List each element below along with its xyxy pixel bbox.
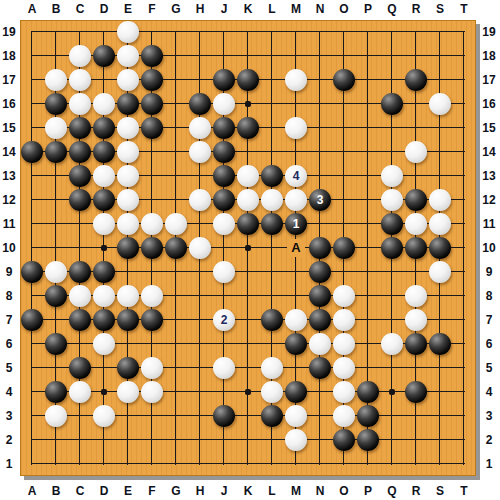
intersection-H15[interactable] — [188, 116, 212, 140]
intersection-D12[interactable] — [92, 188, 116, 212]
intersection-T19[interactable] — [452, 20, 476, 44]
intersection-K5[interactable] — [236, 356, 260, 380]
intersection-B17[interactable] — [44, 68, 68, 92]
intersection-M10[interactable]: A — [284, 236, 308, 260]
intersection-J7[interactable]: 2 — [212, 308, 236, 332]
intersection-O11[interactable] — [332, 212, 356, 236]
intersection-A19[interactable] — [20, 20, 44, 44]
intersection-H9[interactable] — [188, 260, 212, 284]
intersection-S3[interactable] — [428, 404, 452, 428]
intersection-D17[interactable] — [92, 68, 116, 92]
intersection-R7[interactable] — [404, 308, 428, 332]
intersection-Q5[interactable] — [380, 356, 404, 380]
intersection-H12[interactable] — [188, 188, 212, 212]
intersection-T17[interactable] — [452, 68, 476, 92]
intersection-Q13[interactable] — [380, 164, 404, 188]
intersection-K6[interactable] — [236, 332, 260, 356]
intersection-N11[interactable] — [308, 212, 332, 236]
intersection-O18[interactable] — [332, 44, 356, 68]
intersection-H1[interactable] — [188, 452, 212, 476]
intersection-S18[interactable] — [428, 44, 452, 68]
intersection-G5[interactable] — [164, 356, 188, 380]
intersection-T16[interactable] — [452, 92, 476, 116]
intersection-Q4[interactable] — [380, 380, 404, 404]
intersection-F6[interactable] — [140, 332, 164, 356]
intersection-L18[interactable] — [260, 44, 284, 68]
intersection-M7[interactable] — [284, 308, 308, 332]
intersection-D16[interactable] — [92, 92, 116, 116]
intersection-D9[interactable] — [92, 260, 116, 284]
intersection-S2[interactable] — [428, 428, 452, 452]
intersection-C5[interactable] — [68, 356, 92, 380]
intersection-D3[interactable] — [92, 404, 116, 428]
intersection-N4[interactable] — [308, 380, 332, 404]
intersection-K13[interactable] — [236, 164, 260, 188]
intersection-P14[interactable] — [356, 140, 380, 164]
intersection-K2[interactable] — [236, 428, 260, 452]
intersection-O15[interactable] — [332, 116, 356, 140]
intersection-P2[interactable] — [356, 428, 380, 452]
intersection-K11[interactable] — [236, 212, 260, 236]
intersection-K10[interactable] — [236, 236, 260, 260]
intersection-H7[interactable] — [188, 308, 212, 332]
intersection-T7[interactable] — [452, 308, 476, 332]
intersection-L5[interactable] — [260, 356, 284, 380]
intersection-B6[interactable] — [44, 332, 68, 356]
intersection-D18[interactable] — [92, 44, 116, 68]
intersection-F14[interactable] — [140, 140, 164, 164]
intersection-O14[interactable] — [332, 140, 356, 164]
intersection-N14[interactable] — [308, 140, 332, 164]
intersection-O4[interactable] — [332, 380, 356, 404]
intersection-L9[interactable] — [260, 260, 284, 284]
intersection-H18[interactable] — [188, 44, 212, 68]
intersection-E10[interactable] — [116, 236, 140, 260]
intersection-G4[interactable] — [164, 380, 188, 404]
intersection-E5[interactable] — [116, 356, 140, 380]
intersection-F12[interactable] — [140, 188, 164, 212]
intersection-F18[interactable] — [140, 44, 164, 68]
intersection-T4[interactable] — [452, 380, 476, 404]
intersection-E1[interactable] — [116, 452, 140, 476]
intersection-B4[interactable] — [44, 380, 68, 404]
intersection-J9[interactable] — [212, 260, 236, 284]
intersection-P3[interactable] — [356, 404, 380, 428]
intersection-A17[interactable] — [20, 68, 44, 92]
intersection-D8[interactable] — [92, 284, 116, 308]
intersection-P1[interactable] — [356, 452, 380, 476]
intersection-G19[interactable] — [164, 20, 188, 44]
intersection-A6[interactable] — [20, 332, 44, 356]
intersection-Q18[interactable] — [380, 44, 404, 68]
intersection-O3[interactable] — [332, 404, 356, 428]
intersection-O10[interactable] — [332, 236, 356, 260]
intersection-J4[interactable] — [212, 380, 236, 404]
intersection-H3[interactable] — [188, 404, 212, 428]
intersection-L19[interactable] — [260, 20, 284, 44]
intersection-R10[interactable] — [404, 236, 428, 260]
intersection-N12[interactable]: 3 — [308, 188, 332, 212]
intersection-A4[interactable] — [20, 380, 44, 404]
intersection-G2[interactable] — [164, 428, 188, 452]
intersection-F9[interactable] — [140, 260, 164, 284]
intersection-A11[interactable] — [20, 212, 44, 236]
intersection-B11[interactable] — [44, 212, 68, 236]
intersection-E17[interactable] — [116, 68, 140, 92]
intersection-R19[interactable] — [404, 20, 428, 44]
intersection-S12[interactable] — [428, 188, 452, 212]
intersection-A16[interactable] — [20, 92, 44, 116]
intersection-C17[interactable] — [68, 68, 92, 92]
intersection-J15[interactable] — [212, 116, 236, 140]
intersection-O2[interactable] — [332, 428, 356, 452]
intersection-D15[interactable] — [92, 116, 116, 140]
intersection-C16[interactable] — [68, 92, 92, 116]
intersection-G10[interactable] — [164, 236, 188, 260]
intersection-C10[interactable] — [68, 236, 92, 260]
intersection-Q11[interactable] — [380, 212, 404, 236]
intersection-F5[interactable] — [140, 356, 164, 380]
intersection-E11[interactable] — [116, 212, 140, 236]
intersection-J2[interactable] — [212, 428, 236, 452]
intersection-R11[interactable] — [404, 212, 428, 236]
intersection-C8[interactable] — [68, 284, 92, 308]
intersection-R12[interactable] — [404, 188, 428, 212]
intersection-C4[interactable] — [68, 380, 92, 404]
intersection-T13[interactable] — [452, 164, 476, 188]
intersection-G3[interactable] — [164, 404, 188, 428]
intersection-B19[interactable] — [44, 20, 68, 44]
intersection-P4[interactable] — [356, 380, 380, 404]
intersection-O6[interactable] — [332, 332, 356, 356]
intersection-B3[interactable] — [44, 404, 68, 428]
intersection-T10[interactable] — [452, 236, 476, 260]
intersection-L14[interactable] — [260, 140, 284, 164]
intersection-G16[interactable] — [164, 92, 188, 116]
intersection-H16[interactable] — [188, 92, 212, 116]
intersection-M12[interactable] — [284, 188, 308, 212]
intersection-T9[interactable] — [452, 260, 476, 284]
intersection-J16[interactable] — [212, 92, 236, 116]
intersection-K18[interactable] — [236, 44, 260, 68]
intersection-L11[interactable] — [260, 212, 284, 236]
intersection-J14[interactable] — [212, 140, 236, 164]
intersection-S13[interactable] — [428, 164, 452, 188]
intersection-H4[interactable] — [188, 380, 212, 404]
intersection-N15[interactable] — [308, 116, 332, 140]
intersection-L1[interactable] — [260, 452, 284, 476]
intersection-R4[interactable] — [404, 380, 428, 404]
intersection-B5[interactable] — [44, 356, 68, 380]
intersection-A18[interactable] — [20, 44, 44, 68]
intersection-F10[interactable] — [140, 236, 164, 260]
intersection-H2[interactable] — [188, 428, 212, 452]
intersection-F8[interactable] — [140, 284, 164, 308]
intersection-M16[interactable] — [284, 92, 308, 116]
intersection-Q9[interactable] — [380, 260, 404, 284]
intersection-G17[interactable] — [164, 68, 188, 92]
intersection-S15[interactable] — [428, 116, 452, 140]
intersection-G12[interactable] — [164, 188, 188, 212]
intersection-R3[interactable] — [404, 404, 428, 428]
intersection-H6[interactable] — [188, 332, 212, 356]
intersection-A5[interactable] — [20, 356, 44, 380]
intersection-J6[interactable] — [212, 332, 236, 356]
intersection-O13[interactable] — [332, 164, 356, 188]
intersection-S7[interactable] — [428, 308, 452, 332]
intersection-G7[interactable] — [164, 308, 188, 332]
intersection-C13[interactable] — [68, 164, 92, 188]
intersection-N17[interactable] — [308, 68, 332, 92]
intersection-K19[interactable] — [236, 20, 260, 44]
intersection-L6[interactable] — [260, 332, 284, 356]
intersection-H11[interactable] — [188, 212, 212, 236]
intersection-A15[interactable] — [20, 116, 44, 140]
intersection-H8[interactable] — [188, 284, 212, 308]
intersection-S11[interactable] — [428, 212, 452, 236]
intersection-B13[interactable] — [44, 164, 68, 188]
intersection-N19[interactable] — [308, 20, 332, 44]
intersection-J12[interactable] — [212, 188, 236, 212]
intersection-P10[interactable] — [356, 236, 380, 260]
intersection-C11[interactable] — [68, 212, 92, 236]
intersection-P5[interactable] — [356, 356, 380, 380]
intersection-L12[interactable] — [260, 188, 284, 212]
intersection-S17[interactable] — [428, 68, 452, 92]
intersection-E4[interactable] — [116, 380, 140, 404]
intersection-R13[interactable] — [404, 164, 428, 188]
intersection-O19[interactable] — [332, 20, 356, 44]
intersection-J3[interactable] — [212, 404, 236, 428]
intersection-R5[interactable] — [404, 356, 428, 380]
intersection-M2[interactable] — [284, 428, 308, 452]
intersection-Q12[interactable] — [380, 188, 404, 212]
intersection-B10[interactable] — [44, 236, 68, 260]
intersection-F16[interactable] — [140, 92, 164, 116]
intersection-Q14[interactable] — [380, 140, 404, 164]
intersection-D14[interactable] — [92, 140, 116, 164]
intersection-M1[interactable] — [284, 452, 308, 476]
intersection-M11[interactable]: 1 — [284, 212, 308, 236]
intersection-D1[interactable] — [92, 452, 116, 476]
intersection-E15[interactable] — [116, 116, 140, 140]
intersection-N8[interactable] — [308, 284, 332, 308]
intersection-D11[interactable] — [92, 212, 116, 236]
intersection-G9[interactable] — [164, 260, 188, 284]
intersection-D4[interactable] — [92, 380, 116, 404]
intersection-C9[interactable] — [68, 260, 92, 284]
intersection-L16[interactable] — [260, 92, 284, 116]
intersection-P12[interactable] — [356, 188, 380, 212]
intersection-B14[interactable] — [44, 140, 68, 164]
intersection-P19[interactable] — [356, 20, 380, 44]
intersection-L8[interactable] — [260, 284, 284, 308]
intersection-J19[interactable] — [212, 20, 236, 44]
intersection-N9[interactable] — [308, 260, 332, 284]
intersection-L13[interactable] — [260, 164, 284, 188]
intersection-R14[interactable] — [404, 140, 428, 164]
intersection-J8[interactable] — [212, 284, 236, 308]
intersection-L15[interactable] — [260, 116, 284, 140]
intersection-M6[interactable] — [284, 332, 308, 356]
intersection-K3[interactable] — [236, 404, 260, 428]
intersection-T8[interactable] — [452, 284, 476, 308]
intersection-G6[interactable] — [164, 332, 188, 356]
intersection-D5[interactable] — [92, 356, 116, 380]
intersection-M9[interactable] — [284, 260, 308, 284]
intersection-H17[interactable] — [188, 68, 212, 92]
intersection-Q1[interactable] — [380, 452, 404, 476]
intersection-L10[interactable] — [260, 236, 284, 260]
intersection-S4[interactable] — [428, 380, 452, 404]
intersection-R16[interactable] — [404, 92, 428, 116]
intersection-T6[interactable] — [452, 332, 476, 356]
intersection-Q17[interactable] — [380, 68, 404, 92]
intersection-E7[interactable] — [116, 308, 140, 332]
intersection-O16[interactable] — [332, 92, 356, 116]
intersection-L2[interactable] — [260, 428, 284, 452]
intersection-H10[interactable] — [188, 236, 212, 260]
intersection-S16[interactable] — [428, 92, 452, 116]
intersection-S19[interactable] — [428, 20, 452, 44]
intersection-R9[interactable] — [404, 260, 428, 284]
intersection-N10[interactable] — [308, 236, 332, 260]
intersection-M18[interactable] — [284, 44, 308, 68]
intersection-H13[interactable] — [188, 164, 212, 188]
intersection-B9[interactable] — [44, 260, 68, 284]
intersection-T14[interactable] — [452, 140, 476, 164]
intersection-G13[interactable] — [164, 164, 188, 188]
intersection-Q15[interactable] — [380, 116, 404, 140]
intersection-F11[interactable] — [140, 212, 164, 236]
intersection-G14[interactable] — [164, 140, 188, 164]
intersection-G1[interactable] — [164, 452, 188, 476]
intersection-O12[interactable] — [332, 188, 356, 212]
intersection-P6[interactable] — [356, 332, 380, 356]
intersection-J11[interactable] — [212, 212, 236, 236]
intersection-J18[interactable] — [212, 44, 236, 68]
intersection-H14[interactable] — [188, 140, 212, 164]
intersection-Q3[interactable] — [380, 404, 404, 428]
intersection-C14[interactable] — [68, 140, 92, 164]
intersection-J1[interactable] — [212, 452, 236, 476]
intersection-K16[interactable] — [236, 92, 260, 116]
intersection-Q2[interactable] — [380, 428, 404, 452]
intersection-E8[interactable] — [116, 284, 140, 308]
intersection-H5[interactable] — [188, 356, 212, 380]
intersection-Q6[interactable] — [380, 332, 404, 356]
intersection-C1[interactable] — [68, 452, 92, 476]
intersection-E3[interactable] — [116, 404, 140, 428]
intersection-M4[interactable] — [284, 380, 308, 404]
intersection-B16[interactable] — [44, 92, 68, 116]
intersection-P8[interactable] — [356, 284, 380, 308]
intersection-E2[interactable] — [116, 428, 140, 452]
intersection-N2[interactable] — [308, 428, 332, 452]
intersection-T2[interactable] — [452, 428, 476, 452]
intersection-C2[interactable] — [68, 428, 92, 452]
intersection-Q16[interactable] — [380, 92, 404, 116]
intersection-K1[interactable] — [236, 452, 260, 476]
intersection-F19[interactable] — [140, 20, 164, 44]
intersection-Q8[interactable] — [380, 284, 404, 308]
intersection-Q10[interactable] — [380, 236, 404, 260]
intersection-B15[interactable] — [44, 116, 68, 140]
intersection-M15[interactable] — [284, 116, 308, 140]
intersection-C3[interactable] — [68, 404, 92, 428]
intersection-M17[interactable] — [284, 68, 308, 92]
intersection-J17[interactable] — [212, 68, 236, 92]
intersection-K9[interactable] — [236, 260, 260, 284]
intersection-J13[interactable] — [212, 164, 236, 188]
intersection-A2[interactable] — [20, 428, 44, 452]
intersection-O1[interactable] — [332, 452, 356, 476]
intersection-N3[interactable] — [308, 404, 332, 428]
intersection-F2[interactable] — [140, 428, 164, 452]
intersection-T5[interactable] — [452, 356, 476, 380]
intersection-O5[interactable] — [332, 356, 356, 380]
intersection-M5[interactable] — [284, 356, 308, 380]
intersection-S9[interactable] — [428, 260, 452, 284]
intersection-K17[interactable] — [236, 68, 260, 92]
intersection-M8[interactable] — [284, 284, 308, 308]
intersection-L17[interactable] — [260, 68, 284, 92]
intersection-E9[interactable] — [116, 260, 140, 284]
intersection-P13[interactable] — [356, 164, 380, 188]
intersection-B2[interactable] — [44, 428, 68, 452]
intersection-O9[interactable] — [332, 260, 356, 284]
intersection-A13[interactable] — [20, 164, 44, 188]
intersection-N1[interactable] — [308, 452, 332, 476]
intersection-T1[interactable] — [452, 452, 476, 476]
intersection-T11[interactable] — [452, 212, 476, 236]
intersection-S10[interactable] — [428, 236, 452, 260]
intersection-S14[interactable] — [428, 140, 452, 164]
intersection-B7[interactable] — [44, 308, 68, 332]
intersection-R6[interactable] — [404, 332, 428, 356]
intersection-N5[interactable] — [308, 356, 332, 380]
intersection-D2[interactable] — [92, 428, 116, 452]
intersection-L4[interactable] — [260, 380, 284, 404]
intersection-A9[interactable] — [20, 260, 44, 284]
intersection-P16[interactable] — [356, 92, 380, 116]
intersection-N18[interactable] — [308, 44, 332, 68]
intersection-S8[interactable] — [428, 284, 452, 308]
intersection-A14[interactable] — [20, 140, 44, 164]
intersection-P18[interactable] — [356, 44, 380, 68]
intersection-D7[interactable] — [92, 308, 116, 332]
intersection-E14[interactable] — [116, 140, 140, 164]
intersection-K12[interactable] — [236, 188, 260, 212]
intersection-H19[interactable] — [188, 20, 212, 44]
intersection-S1[interactable] — [428, 452, 452, 476]
intersection-F13[interactable] — [140, 164, 164, 188]
intersection-R2[interactable] — [404, 428, 428, 452]
intersection-C7[interactable] — [68, 308, 92, 332]
intersection-R1[interactable] — [404, 452, 428, 476]
intersection-A8[interactable] — [20, 284, 44, 308]
intersection-T18[interactable] — [452, 44, 476, 68]
intersection-G15[interactable] — [164, 116, 188, 140]
intersection-Q7[interactable] — [380, 308, 404, 332]
intersection-A3[interactable] — [20, 404, 44, 428]
intersection-K7[interactable] — [236, 308, 260, 332]
intersection-N6[interactable] — [308, 332, 332, 356]
intersection-S5[interactable] — [428, 356, 452, 380]
intersection-F1[interactable] — [140, 452, 164, 476]
intersection-N13[interactable] — [308, 164, 332, 188]
intersection-B1[interactable] — [44, 452, 68, 476]
